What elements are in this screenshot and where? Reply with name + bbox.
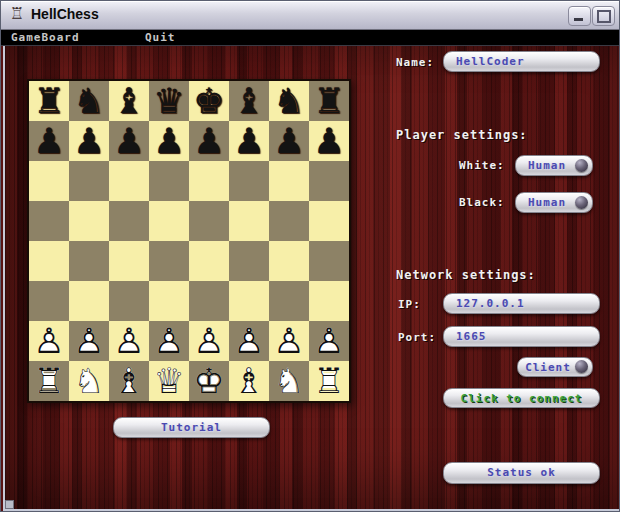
minimize-button[interactable] [568, 6, 591, 26]
black-pawn-piece: ♟ [109, 121, 149, 161]
black-knight-piece: ♞ [269, 81, 309, 121]
square-b5[interactable] [69, 201, 109, 241]
square-h2[interactable]: ♟♙ [309, 321, 349, 361]
black-pawn-piece: ♟ [269, 121, 309, 161]
white-bishop-piece: ♝♗ [229, 361, 269, 401]
black-label: Black: [459, 196, 505, 209]
black-rook-piece: ♜ [29, 81, 69, 121]
black-pawn-piece: ♟ [309, 121, 349, 161]
square-h1[interactable]: ♜♖ [309, 361, 349, 401]
black-pawn-piece: ♟ [149, 121, 189, 161]
app-rook-icon: ♖ [8, 5, 26, 23]
ip-input[interactable]: 127.0.0.1 [443, 293, 600, 314]
menu-item-gameboard[interactable]: GameBoard [11, 31, 80, 44]
square-g6[interactable] [269, 161, 309, 201]
square-f4[interactable] [229, 241, 269, 281]
square-c6[interactable] [109, 161, 149, 201]
square-c1[interactable]: ♝♗ [109, 361, 149, 401]
maximize-icon [597, 10, 611, 23]
black-knight-piece: ♞ [69, 81, 109, 121]
square-a8[interactable]: ♜ [29, 81, 69, 121]
black-pawn-piece: ♟ [229, 121, 269, 161]
black-king-piece: ♚ [189, 81, 229, 121]
square-f6[interactable] [229, 161, 269, 201]
name-input[interactable]: HellCoder [443, 51, 600, 72]
white-pawn-piece: ♟♙ [29, 321, 69, 361]
square-e5[interactable] [189, 201, 229, 241]
square-d7[interactable]: ♟ [149, 121, 189, 161]
square-e6[interactable] [189, 161, 229, 201]
square-a4[interactable] [29, 241, 69, 281]
square-g2[interactable]: ♟♙ [269, 321, 309, 361]
square-f3[interactable] [229, 281, 269, 321]
square-d8[interactable]: ♛ [149, 81, 189, 121]
content-area: ♜♞♝♛♚♝♞♜♟♟♟♟♟♟♟♟♟♙♟♙♟♙♟♙♟♙♟♙♟♙♟♙♜♖♞♘♝♗♛♕… [3, 46, 620, 511]
white-bishop-piece: ♝♗ [109, 361, 149, 401]
square-a3[interactable] [29, 281, 69, 321]
dropdown-sphere-icon [575, 196, 588, 209]
square-a5[interactable] [29, 201, 69, 241]
square-e3[interactable] [189, 281, 229, 321]
square-f5[interactable] [229, 201, 269, 241]
square-h7[interactable]: ♟ [309, 121, 349, 161]
white-player-dropdown[interactable]: Human [515, 155, 593, 176]
square-a1[interactable]: ♜♖ [29, 361, 69, 401]
black-player-value: Human [528, 196, 566, 209]
square-g7[interactable]: ♟ [269, 121, 309, 161]
white-queen-piece: ♛♕ [149, 361, 189, 401]
app-window: ♖ HellChess GameBoard Quit ♜♞♝♛♚♝♞♜♟♟♟♟♟… [0, 0, 620, 512]
square-e7[interactable]: ♟ [189, 121, 229, 161]
square-c3[interactable] [109, 281, 149, 321]
square-b8[interactable]: ♞ [69, 81, 109, 121]
black-bishop-piece: ♝ [109, 81, 149, 121]
square-c5[interactable] [109, 201, 149, 241]
white-knight-piece: ♞♘ [69, 361, 109, 401]
white-rook-piece: ♜♖ [29, 361, 69, 401]
square-e1[interactable]: ♚♔ [189, 361, 229, 401]
black-bishop-piece: ♝ [229, 81, 269, 121]
square-f2[interactable]: ♟♙ [229, 321, 269, 361]
menu-item-quit[interactable]: Quit [145, 31, 176, 44]
status-bar: Status ok [443, 462, 600, 484]
name-label: Name: [396, 56, 434, 69]
title-bar: ♖ HellChess [1, 1, 620, 30]
black-queen-piece: ♛ [149, 81, 189, 121]
square-d5[interactable] [149, 201, 189, 241]
square-a6[interactable] [29, 161, 69, 201]
white-king-piece: ♚♔ [189, 361, 229, 401]
square-g3[interactable] [269, 281, 309, 321]
client-mode-dropdown[interactable]: Client [517, 357, 593, 377]
square-g5[interactable] [269, 201, 309, 241]
client-mode-value: Client [525, 361, 571, 374]
square-c8[interactable]: ♝ [109, 81, 149, 121]
white-pawn-piece: ♟♙ [149, 321, 189, 361]
square-h5[interactable] [309, 201, 349, 241]
network-settings-heading: Network settings: [396, 268, 536, 282]
white-pawn-piece: ♟♙ [69, 321, 109, 361]
port-input[interactable]: 1665 [443, 326, 600, 347]
square-a7[interactable]: ♟ [29, 121, 69, 161]
black-rook-piece: ♜ [309, 81, 349, 121]
square-b6[interactable] [69, 161, 109, 201]
square-f1[interactable]: ♝♗ [229, 361, 269, 401]
white-rook-piece: ♜♖ [309, 361, 349, 401]
square-h4[interactable] [309, 241, 349, 281]
chess-board: ♜♞♝♛♚♝♞♜♟♟♟♟♟♟♟♟♟♙♟♙♟♙♟♙♟♙♟♙♟♙♟♙♜♖♞♘♝♗♛♕… [27, 79, 351, 403]
square-e2[interactable]: ♟♙ [189, 321, 229, 361]
black-player-dropdown[interactable]: Human [515, 192, 593, 213]
square-g8[interactable]: ♞ [269, 81, 309, 121]
black-pawn-piece: ♟ [69, 121, 109, 161]
port-label: Port: [398, 331, 436, 344]
ip-label: IP: [398, 298, 421, 311]
white-pawn-piece: ♟♙ [269, 321, 309, 361]
connect-button[interactable]: Click to connect [443, 388, 600, 408]
square-b1[interactable]: ♞♘ [69, 361, 109, 401]
square-a2[interactable]: ♟♙ [29, 321, 69, 361]
square-c4[interactable] [109, 241, 149, 281]
square-d6[interactable] [149, 161, 189, 201]
square-h3[interactable] [309, 281, 349, 321]
square-e8[interactable]: ♚ [189, 81, 229, 121]
square-h8[interactable]: ♜ [309, 81, 349, 121]
window-title: HellChess [31, 6, 99, 22]
square-d3[interactable] [149, 281, 189, 321]
resize-grip[interactable] [5, 500, 14, 509]
white-player-value: Human [528, 159, 566, 172]
black-pawn-piece: ♟ [189, 121, 229, 161]
square-d4[interactable] [149, 241, 189, 281]
dropdown-sphere-icon [575, 159, 588, 172]
square-b3[interactable] [69, 281, 109, 321]
menu-bar: GameBoard Quit [1, 30, 620, 46]
square-c7[interactable]: ♟ [109, 121, 149, 161]
square-g4[interactable] [269, 241, 309, 281]
square-e4[interactable] [189, 241, 229, 281]
white-pawn-piece: ♟♙ [229, 321, 269, 361]
tutorial-button[interactable]: Tutorial [113, 417, 270, 438]
square-f8[interactable]: ♝ [229, 81, 269, 121]
square-f7[interactable]: ♟ [229, 121, 269, 161]
square-g1[interactable]: ♞♘ [269, 361, 309, 401]
player-settings-heading: Player settings: [396, 128, 528, 142]
square-d1[interactable]: ♛♕ [149, 361, 189, 401]
square-b4[interactable] [69, 241, 109, 281]
white-pawn-piece: ♟♙ [189, 321, 229, 361]
square-b2[interactable]: ♟♙ [69, 321, 109, 361]
square-b7[interactable]: ♟ [69, 121, 109, 161]
black-pawn-piece: ♟ [29, 121, 69, 161]
minimize-icon [574, 18, 583, 21]
square-h6[interactable] [309, 161, 349, 201]
square-c2[interactable]: ♟♙ [109, 321, 149, 361]
maximize-button[interactable] [592, 6, 615, 26]
white-knight-piece: ♞♘ [269, 361, 309, 401]
white-pawn-piece: ♟♙ [109, 321, 149, 361]
dropdown-sphere-icon [575, 360, 588, 373]
square-d2[interactable]: ♟♙ [149, 321, 189, 361]
white-label: White: [459, 159, 505, 172]
white-pawn-piece: ♟♙ [309, 321, 349, 361]
